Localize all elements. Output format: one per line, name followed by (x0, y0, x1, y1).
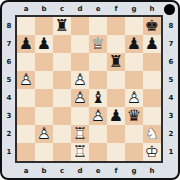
square-f7[interactable] (107, 35, 125, 53)
square-b5[interactable] (35, 71, 53, 89)
square-f5[interactable] (107, 71, 125, 89)
square-c4[interactable] (53, 89, 71, 107)
square-h7[interactable]: ♟ (143, 35, 161, 53)
file-label-d: d (71, 4, 89, 14)
square-g2[interactable] (125, 125, 143, 143)
square-h1[interactable]: ♚♔ (143, 143, 161, 161)
rank-label-7: 7 (166, 35, 176, 53)
rank-label-1: 1 (4, 143, 14, 161)
square-g4[interactable]: ♟♙ (125, 89, 143, 107)
square-h5[interactable] (143, 71, 161, 89)
square-g6[interactable] (125, 53, 143, 71)
piece-black-pawn[interactable]: ♟ (19, 35, 33, 53)
square-a6[interactable] (17, 53, 35, 71)
square-d7[interactable] (71, 35, 89, 53)
square-a1[interactable] (17, 143, 35, 161)
rank-label-4: 4 (166, 89, 176, 107)
square-c5[interactable] (53, 71, 71, 89)
piece-black-rook[interactable]: ♜ (55, 17, 69, 35)
square-c8[interactable]: ♜ (53, 17, 71, 35)
square-b2[interactable]: ♟♙ (35, 125, 53, 143)
square-a5[interactable]: ♟♙ (17, 71, 35, 89)
piece-white-pawn[interactable]: ♟♙ (35, 125, 53, 143)
file-label-e: e (89, 4, 107, 14)
side-to-move-indicator (164, 4, 175, 15)
piece-white-pawn[interactable]: ♟♙ (71, 71, 89, 89)
piece-white-rook[interactable]: ♜♖ (71, 125, 89, 143)
square-e7[interactable]: ♛♕ (89, 35, 107, 53)
square-d6[interactable] (71, 53, 89, 71)
white-piece-outline: ♖ (71, 143, 89, 161)
square-c7[interactable] (53, 35, 71, 53)
piece-white-knight[interactable]: ♞♘ (143, 125, 161, 143)
square-h2[interactable]: ♞♘ (143, 125, 161, 143)
rank-label-2: 2 (166, 125, 176, 143)
file-label-e: e (89, 166, 107, 176)
piece-black-queen[interactable]: ♛ (127, 107, 141, 125)
square-d1[interactable]: ♜♖ (71, 143, 89, 161)
square-a4[interactable] (17, 89, 35, 107)
piece-black-pawn[interactable]: ♟ (37, 35, 51, 53)
square-f1[interactable] (107, 143, 125, 161)
file-label-d: d (71, 166, 89, 176)
square-h6[interactable] (143, 53, 161, 71)
piece-white-pawn[interactable]: ♟♙ (125, 89, 143, 107)
white-piece-outline: ♙ (71, 89, 89, 107)
rank-label-3: 3 (4, 107, 14, 125)
white-piece-outline: ♙ (125, 89, 143, 107)
piece-white-pawn[interactable]: ♟♙ (71, 89, 89, 107)
square-b3[interactable] (35, 107, 53, 125)
white-piece-outline: ♙ (17, 71, 35, 89)
white-piece-outline: ♕ (89, 35, 107, 53)
piece-black-king[interactable]: ♚ (145, 17, 159, 35)
file-label-a: a (17, 166, 35, 176)
square-d3[interactable] (71, 107, 89, 125)
file-label-f: f (107, 4, 125, 14)
rank-label-8: 8 (166, 17, 176, 35)
rank-labels-right: 87654321 (166, 17, 176, 161)
square-e8[interactable] (89, 17, 107, 35)
white-piece-outline: ♔ (143, 143, 161, 161)
file-label-c: c (53, 4, 71, 14)
square-h4[interactable] (143, 89, 161, 107)
square-e1[interactable] (89, 143, 107, 161)
square-f8[interactable] (107, 17, 125, 35)
file-label-a: a (17, 4, 35, 14)
rank-label-1: 1 (166, 143, 176, 161)
square-f3[interactable]: ♟ (107, 107, 125, 125)
file-label-c: c (53, 166, 71, 176)
rank-label-3: 3 (166, 107, 176, 125)
white-piece-outline: ♙ (89, 107, 107, 125)
rank-label-8: 8 (4, 17, 14, 35)
file-labels-top: abcdefgh (17, 4, 161, 14)
square-e2[interactable] (89, 125, 107, 143)
piece-white-pawn[interactable]: ♟♙ (17, 71, 35, 89)
piece-black-pawn[interactable]: ♟ (109, 107, 123, 125)
square-g1[interactable] (125, 143, 143, 161)
square-b1[interactable] (35, 143, 53, 161)
square-g7[interactable]: ♟ (125, 35, 143, 53)
square-e3[interactable]: ♟♙ (89, 107, 107, 125)
file-label-b: b (35, 166, 53, 176)
square-e4[interactable]: ♝ (89, 89, 107, 107)
square-d2[interactable]: ♜♖ (71, 125, 89, 143)
square-d5[interactable]: ♟♙ (71, 71, 89, 89)
piece-black-bishop[interactable]: ♝ (91, 89, 105, 107)
square-e6[interactable] (89, 53, 107, 71)
square-f6[interactable]: ♜ (107, 53, 125, 71)
chess-board: ♜♚♟♟♛♕♟♟♜♟♙♟♙♟♙♝♟♙♟♙♟♛♟♙♜♖♞♘♜♖♚♔ (15, 15, 163, 163)
rank-label-5: 5 (4, 71, 14, 89)
square-b4[interactable] (35, 89, 53, 107)
square-g8[interactable] (125, 17, 143, 35)
piece-white-pawn[interactable]: ♟♙ (89, 107, 107, 125)
piece-black-pawn[interactable]: ♟ (145, 35, 159, 53)
piece-white-queen[interactable]: ♛♕ (89, 35, 107, 53)
square-a3[interactable] (17, 107, 35, 125)
square-d4[interactable]: ♟♙ (71, 89, 89, 107)
rank-label-7: 7 (4, 35, 14, 53)
file-labels-bottom: abcdefgh (17, 166, 161, 176)
file-label-h: h (143, 166, 161, 176)
square-c2[interactable] (53, 125, 71, 143)
rank-label-4: 4 (4, 89, 14, 107)
white-piece-outline: ♙ (35, 125, 53, 143)
square-a2[interactable] (17, 125, 35, 143)
square-e5[interactable] (89, 71, 107, 89)
piece-white-king[interactable]: ♚♔ (143, 143, 161, 161)
file-label-g: g (125, 166, 143, 176)
file-label-f: f (107, 166, 125, 176)
square-g5[interactable] (125, 71, 143, 89)
piece-white-rook[interactable]: ♜♖ (71, 143, 89, 161)
square-g3[interactable]: ♛ (125, 107, 143, 125)
square-c1[interactable] (53, 143, 71, 161)
square-c3[interactable] (53, 107, 71, 125)
square-c6[interactable] (53, 53, 71, 71)
square-f4[interactable] (107, 89, 125, 107)
white-piece-outline: ♘ (143, 125, 161, 143)
white-piece-outline: ♖ (71, 125, 89, 143)
rank-labels-left: 87654321 (4, 17, 14, 161)
square-a8[interactable] (17, 17, 35, 35)
board-frame: abcdefgh abcdefgh 87654321 87654321 ♜♚♟♟… (0, 0, 180, 180)
rank-label-6: 6 (4, 53, 14, 71)
white-piece-outline: ♙ (71, 71, 89, 89)
square-f2[interactable] (107, 125, 125, 143)
square-h3[interactable] (143, 107, 161, 125)
square-h8[interactable]: ♚ (143, 17, 161, 35)
file-label-g: g (125, 4, 143, 14)
file-label-b: b (35, 4, 53, 14)
piece-black-rook[interactable]: ♜ (109, 53, 123, 71)
square-d8[interactable] (71, 17, 89, 35)
file-label-h: h (143, 4, 161, 14)
piece-black-pawn[interactable]: ♟ (127, 35, 141, 53)
square-a7[interactable]: ♟ (17, 35, 35, 53)
rank-label-6: 6 (166, 53, 176, 71)
rank-label-2: 2 (4, 125, 14, 143)
square-b7[interactable]: ♟ (35, 35, 53, 53)
square-b8[interactable] (35, 17, 53, 35)
rank-label-5: 5 (166, 71, 176, 89)
square-b6[interactable] (35, 53, 53, 71)
